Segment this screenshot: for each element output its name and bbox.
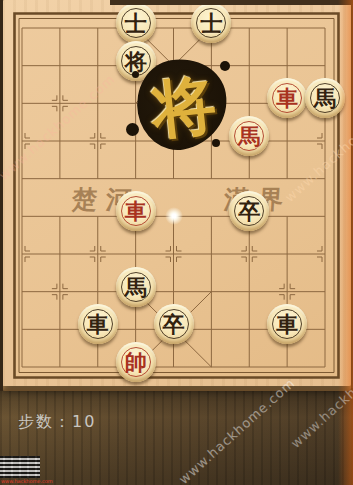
piece-glyph: 馬 (305, 78, 345, 118)
table-wood-background (0, 388, 353, 485)
move-counter-value: 10 (72, 412, 96, 431)
piece-glyph: 帥 (116, 342, 156, 382)
piece-glyph: 将 (116, 41, 156, 81)
piece-glyph: 馬 (229, 116, 269, 156)
piece-glyph: 卒 (154, 304, 194, 344)
piece-glyph: 士 (116, 3, 156, 43)
piece-red-general[interactable]: 帥 (116, 342, 156, 382)
piece-black-general[interactable]: 将 (116, 41, 156, 81)
piece-black-horse-2[interactable]: 馬 (116, 267, 156, 307)
piece-red-horse-1[interactable]: 馬 (229, 116, 269, 156)
screen-edge-shadow-left (0, 0, 3, 391)
piece-black-pawn-1[interactable]: 卒 (229, 191, 269, 231)
piece-glyph: 士 (191, 3, 231, 43)
piece-glyph: 卒 (229, 191, 269, 231)
piece-black-advisor-2[interactable]: 士 (191, 3, 231, 43)
game-screen: 楚河 漢界 士士将車馬馬車卒馬車卒車帥 将 步数：10 www.hackhome… (0, 0, 353, 485)
piece-glyph: 車 (267, 304, 307, 344)
piece-black-horse-1[interactable]: 馬 (305, 78, 345, 118)
qr-watermark (0, 456, 40, 478)
piece-glyph: 車 (116, 191, 156, 231)
piece-black-pawn-2[interactable]: 卒 (154, 304, 194, 344)
piece-glyph: 車 (267, 78, 307, 118)
move-counter-label: 步数： (18, 412, 72, 431)
piece-glyph: 車 (78, 304, 118, 344)
piece-black-chariot-2[interactable]: 車 (267, 304, 307, 344)
move-counter: 步数：10 (18, 412, 96, 433)
piece-black-advisor-1[interactable]: 士 (116, 3, 156, 43)
piece-glyph: 馬 (116, 267, 156, 307)
screen-edge-shadow-top (110, 0, 353, 5)
piece-black-chariot-1[interactable]: 車 (78, 304, 118, 344)
piece-red-chariot-2[interactable]: 車 (116, 191, 156, 231)
piece-red-chariot-1[interactable]: 車 (267, 78, 307, 118)
watermark-caption: www.hackhome.com (1, 478, 53, 484)
